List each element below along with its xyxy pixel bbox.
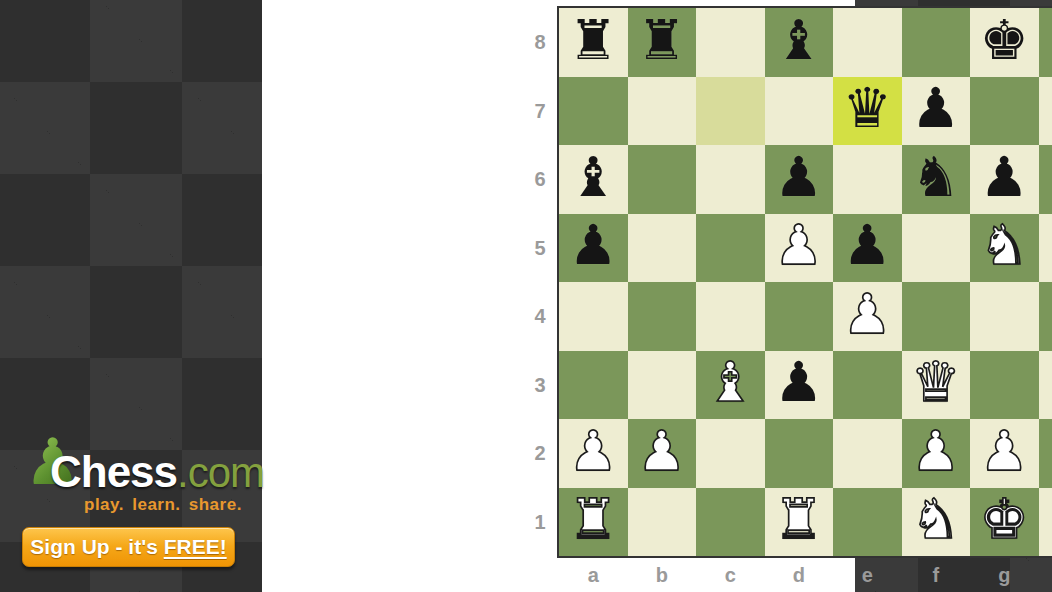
square-b7[interactable] — [628, 77, 697, 146]
square-d5[interactable]: ♟ — [765, 214, 834, 283]
square-b3[interactable] — [628, 351, 697, 420]
square-e5[interactable]: ♟ — [833, 214, 902, 283]
square-g4[interactable] — [970, 282, 1039, 351]
square-b4[interactable] — [628, 282, 697, 351]
rank-label-1: 1 — [524, 488, 556, 557]
square-d1[interactable]: ♜ — [765, 488, 834, 557]
square-c7[interactable] — [696, 77, 765, 146]
square-f2[interactable]: ♟ — [902, 419, 971, 488]
square-c4[interactable] — [696, 282, 765, 351]
square-b1[interactable] — [628, 488, 697, 557]
piece-white-pawn: ♟ — [774, 218, 823, 273]
square-e2[interactable] — [833, 419, 902, 488]
square-a7[interactable] — [559, 77, 628, 146]
square-f8[interactable] — [902, 8, 971, 77]
rank-label-5: 5 — [524, 214, 556, 283]
square-d6[interactable]: ♟ — [765, 145, 834, 214]
square-a5[interactable]: ♟ — [559, 214, 628, 283]
rank-label-2: 2 — [524, 419, 556, 488]
square-g7[interactable] — [970, 77, 1039, 146]
square-a8[interactable]: ♜ — [559, 8, 628, 77]
square-b2[interactable]: ♟ — [628, 419, 697, 488]
square-c6[interactable] — [696, 145, 765, 214]
square-g8[interactable]: ♚ — [970, 8, 1039, 77]
square-b5[interactable] — [628, 214, 697, 283]
piece-black-pawn: ♟ — [569, 218, 618, 273]
piece-white-bishop: ♝ — [706, 355, 755, 410]
square-c8[interactable] — [696, 8, 765, 77]
square-e3[interactable] — [833, 351, 902, 420]
piece-white-king: ♚ — [980, 492, 1029, 547]
square-h3[interactable] — [1039, 351, 1052, 420]
file-label-c: c — [696, 560, 765, 590]
square-h8[interactable] — [1039, 8, 1052, 77]
square-f7[interactable]: ♟ — [902, 77, 971, 146]
square-e7[interactable]: ♛ — [833, 77, 902, 146]
piece-white-pawn: ♟ — [843, 287, 892, 342]
file-label-h: h — [1039, 560, 1052, 590]
square-c2[interactable] — [696, 419, 765, 488]
square-h1[interactable] — [1039, 488, 1052, 557]
file-label-e: e — [833, 560, 902, 590]
logo-tagline: play. learn. share. — [84, 495, 242, 515]
file-label-d: d — [765, 560, 834, 590]
square-f5[interactable] — [902, 214, 971, 283]
square-a1[interactable]: ♜ — [559, 488, 628, 557]
square-f4[interactable] — [902, 282, 971, 351]
logo-brand-text: Chess — [50, 447, 177, 496]
square-d7[interactable] — [765, 77, 834, 146]
square-h2[interactable] — [1039, 419, 1052, 488]
square-g6[interactable]: ♟ — [970, 145, 1039, 214]
piece-white-queen: ♛ — [911, 355, 960, 410]
piece-white-knight: ♞ — [911, 492, 960, 547]
square-e6[interactable] — [833, 145, 902, 214]
piece-white-rook: ♜ — [569, 492, 618, 547]
square-e4[interactable]: ♟ — [833, 282, 902, 351]
square-h7[interactable] — [1039, 77, 1052, 146]
piece-black-pawn: ♟ — [843, 218, 892, 273]
piece-white-pawn: ♟ — [911, 424, 960, 479]
square-a6[interactable]: ♝ — [559, 145, 628, 214]
piece-black-pawn: ♟ — [774, 355, 823, 410]
rank-label-6: 6 — [524, 145, 556, 214]
logo-domain-text: .com — [177, 449, 264, 496]
file-label-f: f — [902, 560, 971, 590]
square-a3[interactable] — [559, 351, 628, 420]
square-e1[interactable] — [833, 488, 902, 557]
square-h6[interactable] — [1039, 145, 1052, 214]
chesscom-wordmark: Chess.com — [50, 447, 264, 497]
piece-black-rook: ♜ — [569, 13, 618, 68]
square-g3[interactable] — [970, 351, 1039, 420]
rank-label-8: 8 — [524, 8, 556, 77]
chess-board: ♜♜♝♚♛♟♝♟♞♟♟♟♟♞♟♝♟♛♟♟♟♟♜♜♞♚ — [557, 6, 1052, 558]
rank-label-7: 7 — [524, 77, 556, 146]
file-labels: abcdefgh — [559, 560, 1052, 590]
square-d8[interactable]: ♝ — [765, 8, 834, 77]
sign-up-button[interactable]: Sign Up - it's FREE! — [22, 527, 235, 567]
square-c3[interactable]: ♝ — [696, 351, 765, 420]
piece-black-knight: ♞ — [911, 150, 960, 205]
page-background: 87654321 ♜♜♝♚♛♟♝♟♞♟♟♟♟♞♟♝♟♛♟♟♟♟♜♜♞♚ abcd… — [0, 0, 1052, 592]
piece-black-pawn: ♟ — [911, 81, 960, 136]
square-a4[interactable] — [559, 282, 628, 351]
piece-black-queen: ♛ — [843, 81, 892, 136]
square-b6[interactable] — [628, 145, 697, 214]
square-a2[interactable]: ♟ — [559, 419, 628, 488]
square-g1[interactable]: ♚ — [970, 488, 1039, 557]
chesscom-logo[interactable]: ♟ Chess.com play. learn. share. — [24, 428, 239, 518]
piece-white-rook: ♜ — [774, 492, 823, 547]
file-label-b: b — [628, 560, 697, 590]
square-b8[interactable]: ♜ — [628, 8, 697, 77]
square-c5[interactable] — [696, 214, 765, 283]
rank-label-3: 3 — [524, 351, 556, 420]
piece-white-knight: ♞ — [980, 218, 1029, 273]
piece-white-pawn: ♟ — [569, 424, 618, 479]
square-h5[interactable] — [1039, 214, 1052, 283]
square-h4[interactable] — [1039, 282, 1052, 351]
piece-white-pawn: ♟ — [637, 424, 686, 479]
square-f1[interactable]: ♞ — [902, 488, 971, 557]
rank-labels: 87654321 — [524, 8, 556, 556]
file-label-a: a — [559, 560, 628, 590]
piece-black-rook: ♜ — [637, 13, 686, 68]
square-f6[interactable]: ♞ — [902, 145, 971, 214]
piece-black-pawn: ♟ — [980, 150, 1029, 205]
rank-label-4: 4 — [524, 282, 556, 351]
board-panel: 87654321 ♜♜♝♚♛♟♝♟♞♟♟♟♟♞♟♝♟♛♟♟♟♟♜♜♞♚ abcd… — [262, 0, 855, 592]
square-g5[interactable]: ♞ — [970, 214, 1039, 283]
piece-black-bishop: ♝ — [569, 150, 618, 205]
square-f3[interactable]: ♛ — [902, 351, 971, 420]
square-d4[interactable] — [765, 282, 834, 351]
square-d2[interactable] — [765, 419, 834, 488]
piece-white-pawn: ♟ — [980, 424, 1029, 479]
piece-black-bishop: ♝ — [774, 13, 823, 68]
square-c1[interactable] — [696, 488, 765, 557]
file-label-g: g — [970, 560, 1039, 590]
piece-black-king: ♚ — [980, 13, 1029, 68]
square-d3[interactable]: ♟ — [765, 351, 834, 420]
piece-black-pawn: ♟ — [774, 150, 823, 205]
free-emphasis: FREE! — [164, 535, 227, 558]
square-g2[interactable]: ♟ — [970, 419, 1039, 488]
sign-up-button-label: Sign Up - it's FREE! — [30, 535, 226, 559]
square-e8[interactable] — [833, 8, 902, 77]
